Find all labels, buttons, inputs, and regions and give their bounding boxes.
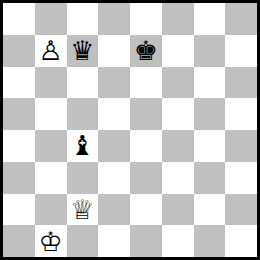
square-a5[interactable] bbox=[3, 98, 35, 130]
square-d4[interactable] bbox=[98, 130, 130, 162]
square-h2[interactable] bbox=[225, 194, 257, 226]
square-d5[interactable] bbox=[98, 98, 130, 130]
square-a2[interactable] bbox=[3, 194, 35, 226]
square-b4[interactable] bbox=[35, 130, 67, 162]
square-e4[interactable] bbox=[130, 130, 162, 162]
black-king-piece: ♚ bbox=[134, 37, 158, 64]
black-bishop-piece: ♝ bbox=[70, 132, 94, 159]
square-e2[interactable] bbox=[130, 194, 162, 226]
square-b5[interactable] bbox=[35, 98, 67, 130]
square-g3[interactable] bbox=[194, 162, 226, 194]
square-h6[interactable] bbox=[225, 67, 257, 99]
square-c2[interactable]: ♕ bbox=[67, 194, 99, 226]
square-e6[interactable] bbox=[130, 67, 162, 99]
square-c6[interactable] bbox=[67, 67, 99, 99]
square-g7[interactable] bbox=[194, 35, 226, 67]
white-king-piece: ♔ bbox=[39, 228, 63, 255]
square-g5[interactable] bbox=[194, 98, 226, 130]
square-c8[interactable] bbox=[67, 3, 99, 35]
square-f8[interactable] bbox=[162, 3, 194, 35]
square-a3[interactable] bbox=[3, 162, 35, 194]
square-c7[interactable]: ♛ bbox=[67, 35, 99, 67]
white-queen-piece: ♕ bbox=[70, 196, 94, 223]
square-c1[interactable] bbox=[67, 225, 99, 257]
square-a7[interactable] bbox=[3, 35, 35, 67]
square-b8[interactable] bbox=[35, 3, 67, 35]
square-h8[interactable] bbox=[225, 3, 257, 35]
square-e5[interactable] bbox=[130, 98, 162, 130]
square-f5[interactable] bbox=[162, 98, 194, 130]
square-f7[interactable] bbox=[162, 35, 194, 67]
square-c3[interactable] bbox=[67, 162, 99, 194]
square-f6[interactable] bbox=[162, 67, 194, 99]
square-e1[interactable] bbox=[130, 225, 162, 257]
square-d6[interactable] bbox=[98, 67, 130, 99]
square-f1[interactable] bbox=[162, 225, 194, 257]
square-c4[interactable]: ♝ bbox=[67, 130, 99, 162]
square-h3[interactable] bbox=[225, 162, 257, 194]
square-h7[interactable] bbox=[225, 35, 257, 67]
square-g6[interactable] bbox=[194, 67, 226, 99]
square-c5[interactable] bbox=[67, 98, 99, 130]
square-a6[interactable] bbox=[3, 67, 35, 99]
chessboard: ♙♛♚♝♕♔ bbox=[3, 3, 257, 257]
square-d2[interactable] bbox=[98, 194, 130, 226]
square-b3[interactable] bbox=[35, 162, 67, 194]
square-b2[interactable] bbox=[35, 194, 67, 226]
square-e3[interactable] bbox=[130, 162, 162, 194]
square-g1[interactable] bbox=[194, 225, 226, 257]
square-d1[interactable] bbox=[98, 225, 130, 257]
chessboard-frame: ♙♛♚♝♕♔ bbox=[0, 0, 260, 260]
square-b1[interactable]: ♔ bbox=[35, 225, 67, 257]
black-queen-piece: ♛ bbox=[70, 37, 94, 64]
square-g4[interactable] bbox=[194, 130, 226, 162]
square-a4[interactable] bbox=[3, 130, 35, 162]
square-g8[interactable] bbox=[194, 3, 226, 35]
square-d7[interactable] bbox=[98, 35, 130, 67]
square-b7[interactable]: ♙ bbox=[35, 35, 67, 67]
square-g2[interactable] bbox=[194, 194, 226, 226]
square-h5[interactable] bbox=[225, 98, 257, 130]
square-d8[interactable] bbox=[98, 3, 130, 35]
square-d3[interactable] bbox=[98, 162, 130, 194]
white-pawn-piece: ♙ bbox=[39, 37, 63, 64]
square-h1[interactable] bbox=[225, 225, 257, 257]
square-h4[interactable] bbox=[225, 130, 257, 162]
square-a1[interactable] bbox=[3, 225, 35, 257]
square-f4[interactable] bbox=[162, 130, 194, 162]
square-a8[interactable] bbox=[3, 3, 35, 35]
square-f3[interactable] bbox=[162, 162, 194, 194]
square-b6[interactable] bbox=[35, 67, 67, 99]
square-e7[interactable]: ♚ bbox=[130, 35, 162, 67]
square-e8[interactable] bbox=[130, 3, 162, 35]
square-f2[interactable] bbox=[162, 194, 194, 226]
